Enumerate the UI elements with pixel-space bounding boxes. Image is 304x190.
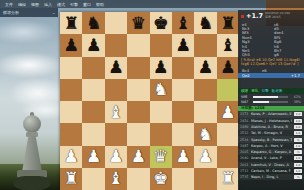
square-a5[interactable] xyxy=(60,79,82,101)
game-elo: 2512 xyxy=(240,131,249,135)
square-a2[interactable]: ♟ xyxy=(60,146,82,168)
white-piece-p-c2[interactable]: ♟ xyxy=(108,148,123,165)
black-piece-r-a8[interactable]: ♜ xyxy=(64,14,79,31)
chess-board[interactable]: ♜♞♛♚♝♞♜♟♟♟♝♟♟♟♟♞♝♟♞♟♟♟♟♛♟♟♜♝♚♜ xyxy=(60,12,239,190)
mini-window-title: 棋谱分析 xyxy=(3,10,19,15)
black-piece-p-f7[interactable]: ♟ xyxy=(175,36,190,53)
white-piece-r-a1[interactable]: ♜ xyxy=(64,170,79,187)
square-e3[interactable] xyxy=(150,123,172,145)
square-d6[interactable] xyxy=(127,57,149,79)
square-a6[interactable] xyxy=(60,57,82,79)
cloud xyxy=(0,52,64,78)
panel-tab-3[interactable]: 数据库 xyxy=(272,89,283,93)
engine-status-icon xyxy=(241,15,244,18)
engine-eval: +1.7 xyxy=(246,12,263,20)
square-b6[interactable] xyxy=(82,57,104,79)
game-elo: 2661 xyxy=(240,163,249,167)
menu-item-2[interactable]: 视图 xyxy=(31,2,39,7)
square-c4[interactable]: ♝ xyxy=(105,101,127,123)
game-row-10[interactable]: 2735Nepo, I - Ding, L½ xyxy=(238,174,304,180)
game-result-badge: 1-0 xyxy=(294,131,302,135)
white-piece-p-b2[interactable]: ♟ xyxy=(86,148,101,165)
square-f4[interactable] xyxy=(172,101,194,123)
cloud xyxy=(0,20,56,44)
statue-sphere xyxy=(23,115,41,133)
square-h2[interactable] xyxy=(217,146,239,168)
black-piece-p-a7[interactable]: ♟ xyxy=(64,36,79,53)
white-piece-n-g3[interactable]: ♞ xyxy=(198,125,213,142)
game-result-badge: 1-0 xyxy=(294,169,302,173)
game-result-badge: 1-0 xyxy=(294,156,302,160)
game-elo: 2371 xyxy=(240,112,249,116)
game-elo: 2640 xyxy=(240,156,249,160)
panel-tab-2[interactable]: 引擎 xyxy=(261,89,268,93)
game-players: Anand, V - Leko, P xyxy=(251,156,292,160)
square-h1[interactable]: ♜ xyxy=(217,168,239,190)
book-move-percent: 62% xyxy=(290,95,301,99)
square-h3[interactable] xyxy=(217,123,239,145)
square-e1[interactable]: ♚ xyxy=(150,168,172,190)
tail-moves[interactable]: Bc4e6Qe2+1.7 xyxy=(238,68,304,78)
game-players: Karpov, A - Hort, V xyxy=(251,144,292,148)
black-move[interactable]: e6 xyxy=(262,68,288,73)
black-piece-k-e8[interactable]: ♚ xyxy=(153,14,168,31)
book-move-label: Nd7 xyxy=(241,100,251,104)
square-d3[interactable] xyxy=(127,123,149,145)
square-e6[interactable]: ♟ xyxy=(150,57,172,79)
square-f3[interactable] xyxy=(172,123,194,145)
app-window: 文件编辑视图插入模式引擎窗口帮助 棋谱分析 – ♜♞♛♚♝♞♜♟♟♟♝♟♟♟♟♞… xyxy=(0,0,304,190)
square-c3[interactable] xyxy=(105,123,127,145)
square-d7[interactable] xyxy=(127,34,149,56)
square-f7[interactable]: ♟ xyxy=(172,34,194,56)
square-b3[interactable] xyxy=(82,123,104,145)
white-piece-b-c1[interactable]: ♝ xyxy=(108,170,123,187)
book-move-label: Nf6 xyxy=(241,95,251,99)
square-f8[interactable]: ♝ xyxy=(172,12,194,34)
move-list[interactable]: e4c6Nc3d5Nf3dxe4Nxe4Bf5Ng3Bg6h4h6Ne5Bh7Q… xyxy=(238,22,304,57)
game-result-badge: 1-0 xyxy=(294,163,302,167)
chess-piece-statue xyxy=(13,112,51,190)
panel-tab-0[interactable]: 棋谱 xyxy=(241,89,248,93)
games-count: 对局数: 1258 xyxy=(241,106,264,110)
square-c2[interactable]: ♟ xyxy=(105,146,127,168)
square-d2[interactable]: ♟ xyxy=(127,146,149,168)
black-piece-p-h6[interactable]: ♟ xyxy=(220,59,235,76)
black-piece-p-g6[interactable]: ♟ xyxy=(198,59,213,76)
black-piece-b-f8[interactable]: ♝ xyxy=(175,14,190,31)
square-d8[interactable]: ♛ xyxy=(127,12,149,34)
book-move-row-1[interactable]: Nd738% xyxy=(238,100,304,105)
black-piece-p-c6[interactable]: ♟ xyxy=(108,59,123,76)
game-result-badge: 1-0 xyxy=(294,144,302,148)
square-c6[interactable]: ♟ xyxy=(105,57,127,79)
square-e5[interactable]: ♞ xyxy=(150,79,172,101)
square-g3[interactable]: ♞ xyxy=(194,123,216,145)
square-d1[interactable] xyxy=(127,168,149,190)
square-g5[interactable] xyxy=(194,79,216,101)
game-elo: 2712 xyxy=(240,169,249,173)
black-piece-q-d8[interactable]: ♛ xyxy=(131,14,146,31)
square-g1[interactable] xyxy=(194,168,216,190)
white-piece-n-e5[interactable]: ♞ xyxy=(153,81,168,98)
book-move-slider[interactable] xyxy=(253,101,288,103)
square-g4[interactable] xyxy=(194,101,216,123)
square-e8[interactable]: ♚ xyxy=(150,12,172,34)
square-h5[interactable] xyxy=(217,79,239,101)
game-players: Ivanchuk, V - Dreev, A xyxy=(251,163,292,167)
square-g7[interactable] xyxy=(194,34,216,56)
square-c5[interactable] xyxy=(105,79,127,101)
square-g8[interactable]: ♞ xyxy=(194,12,216,34)
square-f2[interactable]: ♟ xyxy=(172,146,194,168)
square-b5[interactable] xyxy=(82,79,104,101)
white-piece-q-e2[interactable]: ♛ xyxy=(153,148,168,165)
statue-body xyxy=(22,136,42,172)
square-f6[interactable] xyxy=(172,57,194,79)
square-g2[interactable]: ♟ xyxy=(194,146,216,168)
panel-tab-1[interactable]: 变化 xyxy=(251,89,258,93)
square-c1[interactable]: ♝ xyxy=(105,168,127,190)
game-elo: 2735 xyxy=(240,175,249,179)
black-piece-r-h8[interactable]: ♜ xyxy=(220,14,235,31)
game-elo: 2534 xyxy=(240,138,249,142)
menu-item-5[interactable]: 引擎 xyxy=(70,2,78,7)
square-a7[interactable]: ♟ xyxy=(60,34,82,56)
games-list[interactable]: 2371Keres, P - Arlamowski, E1-02456Miese… xyxy=(238,111,304,190)
square-d5[interactable] xyxy=(127,79,149,101)
white-piece-p-h4[interactable]: ♟ xyxy=(220,103,235,120)
square-f5[interactable] xyxy=(172,79,194,101)
square-h6[interactable]: ♟ xyxy=(217,57,239,79)
black-piece-n-b8[interactable]: ♞ xyxy=(86,14,101,31)
menu-item-4[interactable]: 模式 xyxy=(57,2,65,7)
white-piece-b-c4[interactable]: ♝ xyxy=(108,103,123,120)
square-e2[interactable]: ♛ xyxy=(150,146,172,168)
game-players: Mieses, J - Holzhausen, W xyxy=(251,119,292,123)
square-a4[interactable] xyxy=(60,101,82,123)
menu-item-0[interactable]: 文件 xyxy=(5,2,13,7)
square-e4[interactable] xyxy=(150,101,172,123)
variation-text: [ 9.Bc4! e6 10.Qe2 Nf6 11.Nxg6! fxg6 12.… xyxy=(238,57,304,68)
statue-mound xyxy=(13,176,51,190)
engine-header: +1.7 Stockfish 10 x64 深度 20/45 xyxy=(238,10,304,22)
black-piece-n-g8[interactable]: ♞ xyxy=(198,14,213,31)
game-result-badge: ½ xyxy=(294,138,302,142)
menu-item-1[interactable]: 编辑 xyxy=(18,2,26,7)
menu-bar: 文件编辑视图插入模式引擎窗口帮助 xyxy=(0,0,304,8)
game-elo: 2489 xyxy=(240,125,249,129)
white-piece-p-g2[interactable]: ♟ xyxy=(198,148,213,165)
square-a8[interactable]: ♜ xyxy=(60,12,82,34)
white-piece-p-a2[interactable]: ♟ xyxy=(64,148,79,165)
square-g6[interactable]: ♟ xyxy=(194,57,216,79)
game-players: Kasparov, G - Karpov, A xyxy=(251,150,292,154)
white-piece-p-d2[interactable]: ♟ xyxy=(131,148,146,165)
game-result-badge: ½ xyxy=(294,150,302,154)
menu-item-6[interactable]: 窗口 xyxy=(83,2,91,7)
game-result-badge: 1-0 xyxy=(294,112,302,116)
black-piece-p-b7[interactable]: ♟ xyxy=(86,36,101,53)
square-h8[interactable]: ♜ xyxy=(217,12,239,34)
square-d4[interactable] xyxy=(127,101,149,123)
white-piece-k-e1[interactable]: ♚ xyxy=(153,170,168,187)
book-moves[interactable]: Nf662%Nd738% xyxy=(238,94,304,106)
analysis-panel: +1.7 Stockfish 10 x64 深度 20/45 e4c6Nc3d5… xyxy=(238,10,304,190)
game-players: Carlsen, M - Caruana, F xyxy=(251,169,292,173)
square-b1[interactable] xyxy=(82,168,104,190)
minimize-icon[interactable]: – xyxy=(53,11,56,15)
square-b8[interactable]: ♞ xyxy=(82,12,104,34)
game-elo: 2456 xyxy=(240,119,249,123)
square-h4[interactable]: ♟ xyxy=(217,101,239,123)
game-players: Tal, M - Simagin, V xyxy=(251,131,292,135)
game-elo: 2605 xyxy=(240,150,249,154)
game-players: Nepo, I - Ding, L xyxy=(251,175,292,179)
square-e7[interactable] xyxy=(150,34,172,56)
game-players: Spassky, B - Petrosian, T xyxy=(251,138,292,142)
square-h7[interactable]: ♝ xyxy=(217,34,239,56)
panel-spacer xyxy=(238,78,304,88)
game-players: Alekhine, A - Bruce, R xyxy=(251,125,292,129)
square-f1[interactable] xyxy=(172,168,194,190)
square-b7[interactable]: ♟ xyxy=(82,34,104,56)
white-piece-p-f2[interactable]: ♟ xyxy=(175,148,190,165)
menu-item-7[interactable]: 帮助 xyxy=(96,2,104,7)
black-piece-p-e6[interactable]: ♟ xyxy=(153,59,168,76)
square-b2[interactable]: ♟ xyxy=(82,146,104,168)
square-a3[interactable] xyxy=(60,123,82,145)
white-piece-r-h1[interactable]: ♜ xyxy=(220,170,235,187)
square-c8[interactable] xyxy=(105,12,127,34)
engine-info: Stockfish 10 x64 深度 20/45 xyxy=(265,12,290,19)
square-a1[interactable]: ♜ xyxy=(60,168,82,190)
game-result-badge: 1-0 xyxy=(294,125,302,129)
game-result-badge: 1-0 xyxy=(294,119,302,123)
game-result-badge: ½ xyxy=(294,175,302,179)
game-elo: 2487 xyxy=(240,144,249,148)
book-move-slider[interactable] xyxy=(253,96,288,98)
book-move-percent: 38% xyxy=(290,100,301,104)
engine-depth: 深度 20/45 xyxy=(265,16,290,20)
game-players: Keres, P - Arlamowski, E xyxy=(251,112,292,116)
mini-window-titlebar[interactable]: 棋谱分析 – xyxy=(0,8,58,17)
menu-item-3[interactable]: 插入 xyxy=(44,2,52,7)
square-b4[interactable] xyxy=(82,101,104,123)
black-piece-b-h7[interactable]: ♝ xyxy=(220,36,235,53)
square-c7[interactable] xyxy=(105,34,127,56)
